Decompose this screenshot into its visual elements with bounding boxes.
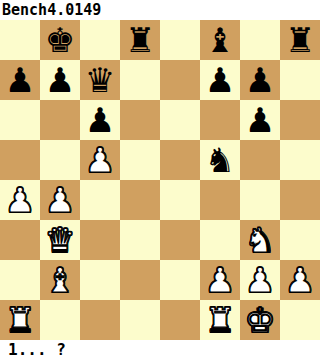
square-b5[interactable] [40,140,80,180]
black-pawn-piece[interactable]: ♟ [5,60,35,100]
square-h7[interactable] [280,60,320,100]
square-c7[interactable]: ♛ [80,60,120,100]
white-rook-piece[interactable]: ♜ [5,300,35,340]
square-b3[interactable]: ♛ [40,220,80,260]
square-c5[interactable]: ♟ [80,140,120,180]
black-pawn-piece[interactable]: ♟ [245,60,275,100]
square-d8[interactable]: ♜ [120,20,160,60]
square-h8[interactable]: ♜ [280,20,320,60]
square-d7[interactable] [120,60,160,100]
square-f2[interactable]: ♟ [200,260,240,300]
square-e2[interactable] [160,260,200,300]
white-pawn-piece[interactable]: ♟ [245,260,275,300]
white-pawn-piece[interactable]: ♟ [5,180,35,220]
square-b7[interactable]: ♟ [40,60,80,100]
black-king-piece[interactable]: ♚ [45,20,75,60]
square-g1[interactable]: ♚ [240,300,280,340]
white-knight-piece[interactable]: ♞ [245,220,275,260]
square-f8[interactable]: ♝ [200,20,240,60]
square-g5[interactable] [240,140,280,180]
diagram-title: Bench4.0149 [0,0,320,20]
square-e7[interactable] [160,60,200,100]
square-a3[interactable] [0,220,40,260]
move-prompt: 1... ? [0,340,320,360]
square-b4[interactable]: ♟ [40,180,80,220]
square-h4[interactable] [280,180,320,220]
square-a2[interactable] [0,260,40,300]
square-c1[interactable] [80,300,120,340]
square-b8[interactable]: ♚ [40,20,80,60]
square-h3[interactable] [280,220,320,260]
square-a1[interactable]: ♜ [0,300,40,340]
white-pawn-piece[interactable]: ♟ [285,260,315,300]
square-e5[interactable] [160,140,200,180]
chess-board: ♚♜♝♜♟♟♛♟♟♟♟♟♞♟♟♛♞♝♟♟♟♜♜♚ [0,20,320,340]
black-pawn-piece[interactable]: ♟ [205,60,235,100]
square-d2[interactable] [120,260,160,300]
square-c2[interactable] [80,260,120,300]
square-d5[interactable] [120,140,160,180]
square-c3[interactable] [80,220,120,260]
white-bishop-piece[interactable]: ♝ [45,260,75,300]
square-h6[interactable] [280,100,320,140]
square-d1[interactable] [120,300,160,340]
square-g7[interactable]: ♟ [240,60,280,100]
square-a5[interactable] [0,140,40,180]
square-b6[interactable] [40,100,80,140]
black-bishop-piece[interactable]: ♝ [205,20,235,60]
square-h5[interactable] [280,140,320,180]
white-pawn-piece[interactable]: ♟ [85,140,115,180]
square-b1[interactable] [40,300,80,340]
black-pawn-piece[interactable]: ♟ [45,60,75,100]
black-pawn-piece[interactable]: ♟ [245,100,275,140]
square-f1[interactable]: ♜ [200,300,240,340]
white-queen-piece[interactable]: ♛ [45,220,75,260]
square-h1[interactable] [280,300,320,340]
square-a7[interactable]: ♟ [0,60,40,100]
white-pawn-piece[interactable]: ♟ [205,260,235,300]
square-g8[interactable] [240,20,280,60]
square-g6[interactable]: ♟ [240,100,280,140]
square-f6[interactable] [200,100,240,140]
square-a6[interactable] [0,100,40,140]
white-king-piece[interactable]: ♚ [245,300,275,340]
square-f7[interactable]: ♟ [200,60,240,100]
black-queen-piece[interactable]: ♛ [85,60,115,100]
black-pawn-piece[interactable]: ♟ [85,100,115,140]
square-e8[interactable] [160,20,200,60]
square-d4[interactable] [120,180,160,220]
square-c8[interactable] [80,20,120,60]
square-b2[interactable]: ♝ [40,260,80,300]
square-e4[interactable] [160,180,200,220]
square-d6[interactable] [120,100,160,140]
square-e1[interactable] [160,300,200,340]
square-f4[interactable] [200,180,240,220]
black-rook-piece[interactable]: ♜ [125,20,155,60]
square-d3[interactable] [120,220,160,260]
square-f5[interactable]: ♞ [200,140,240,180]
chess-diagram-window: Bench4.0149 ♚♜♝♜♟♟♛♟♟♟♟♟♞♟♟♛♞♝♟♟♟♜♜♚ 1..… [0,0,320,360]
square-c6[interactable]: ♟ [80,100,120,140]
white-rook-piece[interactable]: ♜ [205,300,235,340]
black-knight-piece[interactable]: ♞ [205,140,235,180]
square-g3[interactable]: ♞ [240,220,280,260]
square-c4[interactable] [80,180,120,220]
square-g2[interactable]: ♟ [240,260,280,300]
square-g4[interactable] [240,180,280,220]
square-f3[interactable] [200,220,240,260]
square-e3[interactable] [160,220,200,260]
square-a8[interactable] [0,20,40,60]
square-a4[interactable]: ♟ [0,180,40,220]
white-pawn-piece[interactable]: ♟ [45,180,75,220]
square-e6[interactable] [160,100,200,140]
black-rook-piece[interactable]: ♜ [285,20,315,60]
square-h2[interactable]: ♟ [280,260,320,300]
